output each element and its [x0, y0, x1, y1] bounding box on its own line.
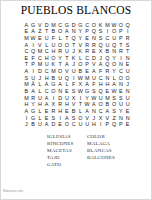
grid-cell: P [118, 35, 125, 42]
grid-cell: L [77, 108, 84, 115]
grid-cell: M [23, 35, 30, 42]
grid-cell: C [104, 35, 111, 42]
grid-cell: E [64, 108, 71, 115]
grid-cell: E [37, 35, 44, 42]
grid-cell: A [104, 108, 111, 115]
word-list-item: MACETAS [47, 148, 74, 155]
word-search-grid: AGVDMCGDGCOKMWOQEAZTBOANYPQSIOPIMWEUFLTQ… [23, 22, 131, 128]
grid-cell: H [91, 122, 98, 129]
word-list-column-right: COLORMÁLAGABLANCASBALCONES [87, 134, 115, 162]
grid-cell: W [30, 35, 37, 42]
grid-cell: E [57, 122, 64, 129]
grid-cell: Y [77, 35, 84, 42]
grid-cell: B [30, 122, 37, 129]
grid-cell: U [43, 35, 50, 42]
grid-cell: P [118, 122, 125, 129]
grid-cell: D [50, 122, 57, 129]
word-list-item: GATO [47, 162, 74, 169]
grid-cell: I [97, 122, 104, 129]
grid-cell: L [37, 108, 44, 115]
word-list-item: COLOR [87, 134, 115, 141]
grid-cell: A [43, 122, 50, 129]
grid-cell: N [91, 108, 98, 115]
grid-cell: E [124, 108, 131, 115]
grid-cell: E [124, 122, 131, 129]
word-list-column-left: IGLESIASRINCONESMACETASTAJOGATO [47, 134, 74, 169]
grid-cell: T [64, 35, 71, 42]
grid-cell: U [111, 35, 118, 42]
word-list-item: MÁLAGA [87, 141, 115, 148]
word-list-item: IGLESIAS [47, 134, 74, 141]
grid-cell: L [57, 35, 64, 42]
grid-cell: N [91, 35, 98, 42]
grid-cell: A [23, 108, 30, 115]
watermark: Educima.com [3, 189, 23, 192]
grid-cell: G [30, 108, 37, 115]
grid-cell: U [84, 122, 91, 129]
grid-cell: S [97, 35, 104, 42]
grid-cell: S [111, 108, 118, 115]
grid-cell: U [77, 122, 84, 129]
worksheet-page: PUEBLOS BLANCOS AGVDMCGDGCOKMWOQEAZTBOAN… [0, 0, 152, 200]
grid-cell: P [104, 122, 111, 129]
grid-cell: O [64, 122, 71, 129]
word-list-item: BALCONES [87, 155, 115, 162]
word-list-item: BLANCAS [87, 148, 115, 155]
grid-cell: F [50, 35, 57, 42]
grid-cell: R [124, 35, 131, 42]
grid-cell: Q [111, 122, 118, 129]
grid-cell: A [84, 108, 91, 115]
grid-cell: H [57, 108, 64, 115]
word-list-item: TAJO [47, 155, 74, 162]
grid-cell: E [84, 35, 91, 42]
grid-cell: B [70, 108, 77, 115]
grid-cell: E [43, 108, 50, 115]
grid-cell: Q [70, 35, 77, 42]
grid-cell: C [97, 108, 104, 115]
grid-cell: C [70, 122, 77, 129]
grid-cell: Y [118, 108, 125, 115]
grid-cell: J [23, 122, 30, 129]
grid-cell: R [50, 108, 57, 115]
word-list-item: RINCONES [47, 141, 74, 148]
grid-cell: U [37, 122, 44, 129]
puzzle-title: PUEBLOS BLANCOS [1, 3, 151, 17]
